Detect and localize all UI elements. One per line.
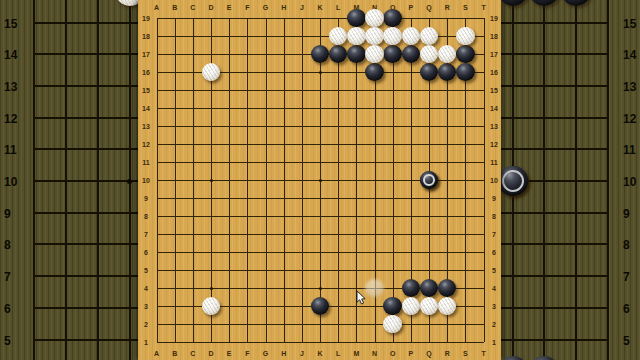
column-coordinate-label: C xyxy=(190,4,195,11)
row-coordinate-label: 1 xyxy=(492,339,496,346)
black-stone xyxy=(402,45,421,64)
black-stone xyxy=(498,356,528,360)
row-coordinate-label: 15 xyxy=(142,87,150,94)
star-point xyxy=(210,179,213,182)
grid-line xyxy=(607,0,609,360)
grid-line xyxy=(302,18,303,342)
row-coordinate-label: 8 xyxy=(144,213,148,220)
black-stone xyxy=(420,279,439,298)
star-point xyxy=(319,71,322,74)
row-coordinate-label: 12 xyxy=(142,141,150,148)
magnified-goban[interactable]: AABBCCDDEEFFGGHHJJKKLLMMNNOOPPQQRRSSTT19… xyxy=(138,0,501,360)
column-coordinate-label: T xyxy=(481,4,485,11)
column-coordinate-label: T xyxy=(481,350,485,357)
black-stone xyxy=(529,0,559,6)
row-coordinate-label: 3 xyxy=(492,303,496,310)
row-coordinate-label: 11 xyxy=(142,159,149,166)
white-stone xyxy=(383,315,402,334)
white-stone xyxy=(420,27,439,46)
grid-line xyxy=(393,18,394,342)
white-stone xyxy=(438,45,457,64)
star-point xyxy=(319,287,322,290)
white-stone xyxy=(383,27,402,46)
row-coordinate-label: 8 xyxy=(623,239,630,251)
row-coordinate-label: 14 xyxy=(623,49,636,61)
row-coordinate-label: 10 xyxy=(623,176,636,188)
column-coordinate-label: B xyxy=(172,350,177,357)
black-stone xyxy=(383,9,402,28)
black-stone xyxy=(311,297,330,316)
row-coordinate-label: 15 xyxy=(623,18,636,30)
row-coordinate-label: 10 xyxy=(490,177,498,184)
grid-line xyxy=(65,0,67,360)
grid-line xyxy=(338,18,339,342)
row-coordinate-label: 11 xyxy=(623,144,636,156)
white-stone xyxy=(347,27,366,46)
column-coordinate-label: J xyxy=(300,4,304,11)
row-coordinate-label: 14 xyxy=(142,105,150,112)
column-coordinate-label: A xyxy=(154,350,159,357)
black-stone xyxy=(347,9,366,28)
column-coordinate-label: E xyxy=(227,350,232,357)
grid-line xyxy=(157,342,484,343)
row-coordinate-label: 12 xyxy=(623,113,636,125)
last-move-stone xyxy=(420,171,439,190)
column-coordinate-label: R xyxy=(445,350,450,357)
row-coordinate-label: 18 xyxy=(490,33,498,40)
row-coordinate-label: 12 xyxy=(490,141,498,148)
row-coordinate-label: 1 xyxy=(144,339,148,346)
black-stone xyxy=(529,356,559,360)
row-coordinate-label: 5 xyxy=(4,335,11,347)
row-coordinate-label: 17 xyxy=(142,51,150,58)
column-coordinate-label: P xyxy=(409,4,414,11)
star-point xyxy=(319,179,322,182)
grid-line xyxy=(284,18,285,342)
row-coordinate-label: 7 xyxy=(623,271,630,283)
row-coordinate-label: 8 xyxy=(492,213,496,220)
grid-line xyxy=(157,18,158,342)
grid-line xyxy=(229,18,230,342)
row-coordinate-label: 6 xyxy=(144,249,148,256)
black-stone xyxy=(365,63,384,82)
grid-line xyxy=(33,0,35,360)
star-point xyxy=(210,287,213,290)
column-coordinate-label: Q xyxy=(426,350,431,357)
row-coordinate-label: 2 xyxy=(492,321,496,328)
row-coordinate-label: 14 xyxy=(490,105,498,112)
column-coordinate-label: A xyxy=(154,4,159,11)
row-coordinate-label: 9 xyxy=(492,195,496,202)
column-coordinate-label: K xyxy=(317,4,322,11)
black-stone xyxy=(383,45,402,64)
black-stone xyxy=(420,63,439,82)
row-coordinate-label: 18 xyxy=(142,33,150,40)
row-coordinate-label: 9 xyxy=(623,208,630,220)
column-coordinate-label: S xyxy=(463,350,468,357)
grid-line xyxy=(484,18,485,342)
column-coordinate-label: H xyxy=(281,4,286,11)
row-coordinate-label: 10 xyxy=(142,177,150,184)
grid-line xyxy=(266,18,267,342)
go-app-window: 1514131211109876515141312111098765 AABBC… xyxy=(0,0,640,360)
row-coordinate-label: 6 xyxy=(623,303,630,315)
column-coordinate-label: L xyxy=(336,4,340,11)
column-coordinate-label: P xyxy=(409,350,414,357)
grid-line xyxy=(193,18,194,342)
row-coordinate-label: 3 xyxy=(144,303,148,310)
row-coordinate-label: 7 xyxy=(492,231,496,238)
white-stone xyxy=(420,45,439,64)
column-coordinate-label: M xyxy=(353,350,359,357)
black-stone xyxy=(456,63,475,82)
row-coordinate-label: 19 xyxy=(142,15,150,22)
mouse-cursor-icon xyxy=(356,291,368,307)
column-coordinate-label: N xyxy=(372,350,377,357)
column-coordinate-label: K xyxy=(317,350,322,357)
column-coordinate-label: C xyxy=(190,350,195,357)
row-coordinate-label: 13 xyxy=(490,123,498,130)
row-coordinate-label: 8 xyxy=(4,239,11,251)
row-coordinate-label: 6 xyxy=(4,303,11,315)
column-coordinate-label: D xyxy=(208,350,213,357)
black-stone xyxy=(438,279,457,298)
row-coordinate-label: 13 xyxy=(4,81,17,93)
last-move-stone xyxy=(498,166,528,196)
column-coordinate-label: F xyxy=(245,4,249,11)
column-coordinate-label: E xyxy=(227,4,232,11)
grid-line xyxy=(247,18,248,342)
white-stone xyxy=(365,9,384,28)
black-stone xyxy=(402,279,421,298)
last-move-marker xyxy=(423,174,436,187)
row-coordinate-label: 16 xyxy=(490,69,498,76)
row-coordinate-label: 13 xyxy=(623,81,636,93)
grid-line xyxy=(97,0,99,360)
row-coordinate-label: 10 xyxy=(4,176,17,188)
row-coordinate-label: 11 xyxy=(4,144,17,156)
star-point xyxy=(127,179,132,184)
white-stone xyxy=(365,27,384,46)
row-coordinate-label: 5 xyxy=(144,267,148,274)
column-coordinate-label: R xyxy=(445,4,450,11)
column-coordinate-label: S xyxy=(463,4,468,11)
column-coordinate-label: G xyxy=(263,350,268,357)
row-coordinate-label: 9 xyxy=(4,208,11,220)
last-move-marker xyxy=(502,170,524,192)
row-coordinate-label: 4 xyxy=(144,285,148,292)
row-coordinate-label: 7 xyxy=(4,271,11,283)
white-stone xyxy=(329,27,348,46)
column-coordinate-label: B xyxy=(172,4,177,11)
white-stone xyxy=(402,27,421,46)
row-coordinate-label: 5 xyxy=(492,267,496,274)
grid-line xyxy=(575,0,577,360)
black-stone xyxy=(311,45,330,64)
black-stone xyxy=(329,45,348,64)
row-coordinate-label: 15 xyxy=(490,87,498,94)
column-coordinate-label: O xyxy=(390,350,395,357)
black-stone xyxy=(438,63,457,82)
black-stone xyxy=(383,297,402,316)
black-stone xyxy=(561,0,591,6)
white-stone xyxy=(202,63,221,82)
black-stone xyxy=(347,45,366,64)
row-coordinate-label: 15 xyxy=(4,18,17,30)
hover-preview-stone xyxy=(365,279,384,298)
grid-line xyxy=(543,0,545,360)
row-coordinate-label: 14 xyxy=(4,49,17,61)
row-coordinate-label: 19 xyxy=(490,15,498,22)
column-coordinate-label: Q xyxy=(426,4,431,11)
white-stone xyxy=(456,27,475,46)
black-stone xyxy=(456,45,475,64)
row-coordinate-label: 2 xyxy=(144,321,148,328)
row-coordinate-label: 5 xyxy=(623,335,630,347)
row-coordinate-label: 16 xyxy=(142,69,150,76)
row-coordinate-label: 11 xyxy=(490,159,497,166)
row-coordinate-label: 13 xyxy=(142,123,150,130)
row-coordinate-label: 9 xyxy=(144,195,148,202)
white-stone xyxy=(202,297,221,316)
row-coordinate-label: 17 xyxy=(490,51,498,58)
white-stone xyxy=(365,45,384,64)
row-coordinate-label: 4 xyxy=(492,285,496,292)
column-coordinate-label: G xyxy=(263,4,268,11)
row-coordinate-label: 12 xyxy=(4,113,17,125)
row-coordinate-label: 7 xyxy=(144,231,148,238)
grid-line xyxy=(175,18,176,342)
column-coordinate-label: H xyxy=(281,350,286,357)
black-stone xyxy=(498,0,528,6)
row-coordinate-label: 6 xyxy=(492,249,496,256)
column-coordinate-label: F xyxy=(245,350,249,357)
column-coordinate-label: L xyxy=(336,350,340,357)
white-stone xyxy=(420,297,439,316)
column-coordinate-label: J xyxy=(300,350,304,357)
white-stone xyxy=(438,297,457,316)
white-stone xyxy=(402,297,421,316)
column-coordinate-label: D xyxy=(208,4,213,11)
